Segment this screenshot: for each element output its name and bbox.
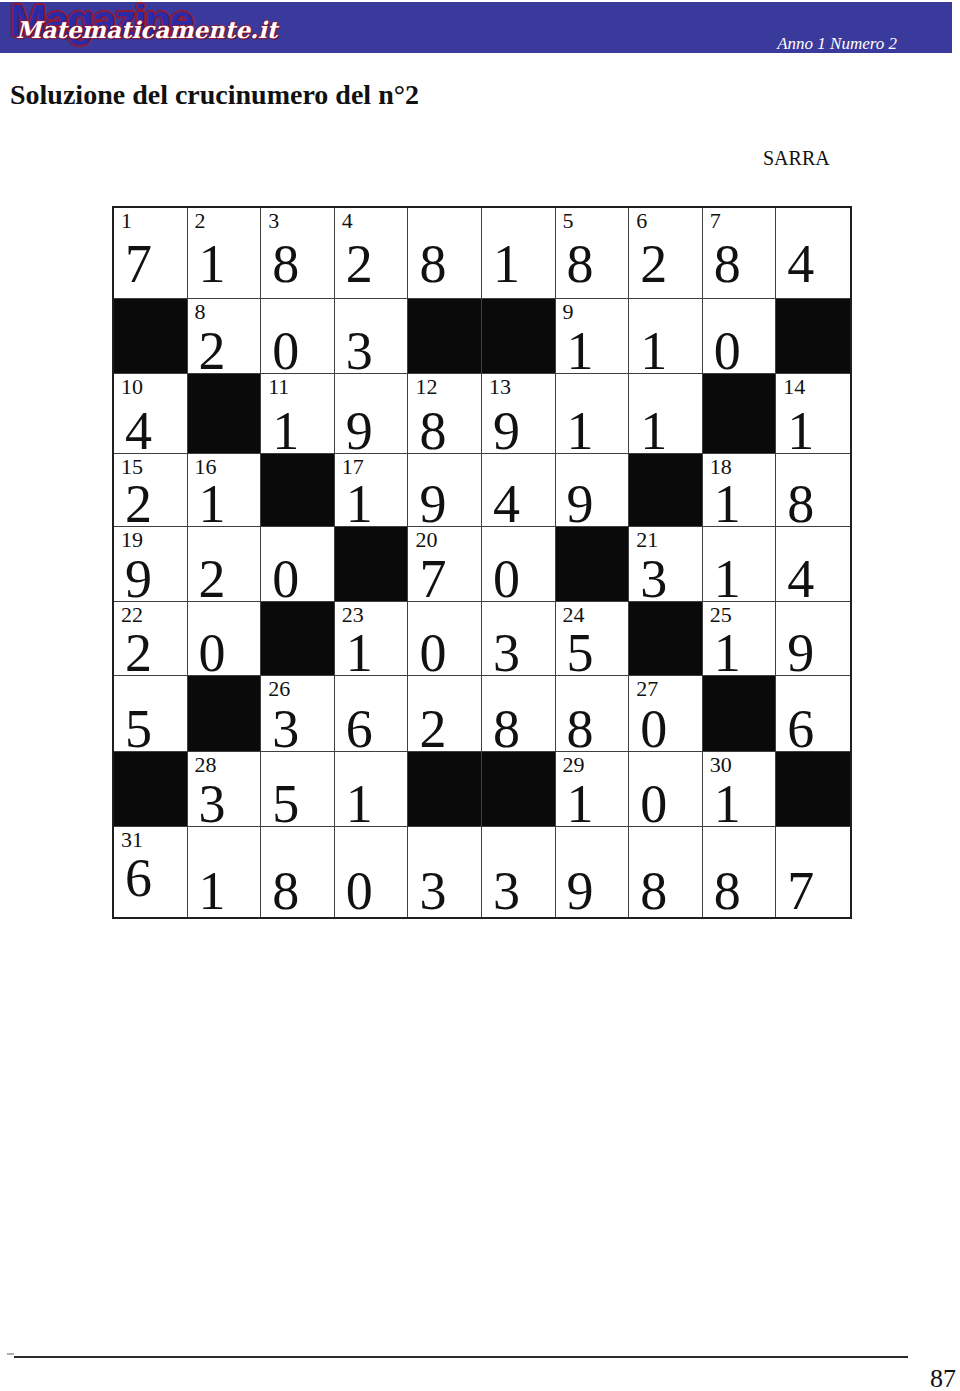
page-title: Soluzione del crucinumero del n°2 [10,80,419,111]
cell-digit: 9 [419,477,446,531]
black-cell [703,374,777,454]
cell-digit: 2 [346,237,373,291]
cell-digit: 8 [714,237,741,291]
black-cell [776,752,850,827]
clue-number: 14 [783,376,805,398]
clue-number: 6 [636,210,647,232]
cell-digit: 9 [787,626,814,680]
cell-digit: 1 [567,324,594,378]
cell-digit: 8 [272,864,299,918]
cell-digit: 0 [714,324,741,378]
grid-cell: 245 [556,602,630,676]
grid-cell: 207 [408,527,482,602]
black-cell [556,527,630,602]
cell-digit: 8 [272,237,299,291]
black-cell [482,752,556,827]
header-banner: Magazine Matematicamente.it Anno 1 Numer… [0,2,952,53]
clue-number: 11 [268,376,289,398]
clue-number: 26 [268,678,290,700]
clue-number: 29 [563,754,585,776]
grid-cell: 8 [482,676,556,752]
black-cell [703,676,777,752]
grid-cell: 316 [114,827,188,917]
grid-cell: 8 [261,827,335,917]
cell-digit: 8 [787,477,814,531]
black-cell [261,454,335,527]
cell-digit: 9 [346,404,373,458]
grid-cell: 58 [556,208,630,299]
grid-cell: 5 [114,676,188,752]
grid-cell: 5 [261,752,335,827]
cell-digit: 1 [567,777,594,831]
grid-cell: 283 [188,752,262,827]
black-cell [629,602,703,676]
clue-number: 7 [710,210,721,232]
grid-cell: 139 [482,374,556,454]
cell-digit: 1 [640,324,667,378]
clue-number: 1 [121,210,132,232]
grid-cell: 8 [703,827,777,917]
cell-digit: 0 [272,552,299,606]
cell-digit: 8 [567,237,594,291]
grid-cell: 1 [335,752,409,827]
cell-digit: 0 [199,626,226,680]
grid-cell: 6 [776,676,850,752]
cell-digit: 5 [272,777,299,831]
clue-number: 10 [121,376,143,398]
cell-digit: 1 [199,864,226,918]
grid-cell: 171 [335,454,409,527]
clue-number: 20 [415,529,437,551]
grid-cell: 78 [703,208,777,299]
cell-digit: 1 [714,777,741,831]
grid-cell: 0 [261,299,335,374]
cell-digit: 9 [567,477,594,531]
grid-cell: 21 [188,208,262,299]
cell-digit: 8 [640,864,667,918]
cell-digit: 1 [714,626,741,680]
grid-cell: 1 [482,208,556,299]
cell-digit: 3 [493,864,520,918]
cell-digit: 7 [125,237,152,291]
page-number: 87 [930,1366,956,1391]
cell-digit: 6 [787,702,814,756]
cell-digit: 4 [787,552,814,606]
grid-cell: 1 [629,374,703,454]
cell-digit: 1 [714,477,741,531]
cell-digit: 5 [567,626,594,680]
clue-number: 4 [342,210,353,232]
puzzle-grid: 1721384281586278482039110104111912813911… [112,206,852,919]
grid-cell: 0 [408,602,482,676]
cell-digit: 7 [419,552,446,606]
grid-cell: 8 [408,208,482,299]
black-cell [188,374,262,454]
footer-rule [14,1356,908,1358]
grid-cell: 17 [114,208,188,299]
grid-cell: 111 [261,374,335,454]
clue-number: 27 [636,678,658,700]
grid-cell: 152 [114,454,188,527]
clue-number: 3 [268,210,279,232]
grid-cell: 0 [629,752,703,827]
cell-digit: 0 [419,626,446,680]
clue-number: 2 [195,210,206,232]
grid-cell: 270 [629,676,703,752]
cell-digit: 3 [419,864,446,918]
black-cell [188,676,262,752]
cell-digit: 3 [493,626,520,680]
grid-cell: 0 [703,299,777,374]
grid-cell: 9 [335,374,409,454]
clue-number: 12 [415,376,437,398]
grid-cell: 4 [776,527,850,602]
clue-number: 13 [489,376,511,398]
cell-digit: 2 [199,552,226,606]
black-cell [261,602,335,676]
cell-digit: 6 [346,702,373,756]
grid-cell: 141 [776,374,850,454]
cell-digit: 1 [493,237,520,291]
black-cell [776,299,850,374]
cell-digit: 3 [640,552,667,606]
grid-cell: 0 [188,602,262,676]
grid-cell: 1 [188,827,262,917]
cell-digit: 1 [567,404,594,458]
clue-number: 21 [636,529,658,551]
grid-cell: 181 [703,454,777,527]
grid-cell: 4 [776,208,850,299]
cell-digit: 1 [346,626,373,680]
grid-cell: 263 [261,676,335,752]
grid-cell: 2 [408,676,482,752]
grid-cell: 0 [335,827,409,917]
grid-cell: 291 [556,752,630,827]
cell-digit: 4 [493,477,520,531]
grid-cell: 8 [629,827,703,917]
edition-label: Anno 1 Numero 2 [777,35,897,52]
cell-digit: 4 [787,237,814,291]
grid-cell: 9 [556,827,630,917]
cell-digit: 5 [125,702,152,756]
cell-digit: 8 [419,237,446,291]
cell-digit: 8 [493,702,520,756]
clue-number: 28 [195,754,217,776]
black-cell [114,299,188,374]
cell-digit: 0 [272,324,299,378]
footer-mark [7,1353,14,1355]
cell-digit: 1 [640,404,667,458]
cell-digit: 1 [272,404,299,458]
magazine-logo: Magazine Matematicamente.it [10,0,210,55]
cell-digit: 2 [125,626,152,680]
grid-cell: 0 [482,527,556,602]
grid-cell: 161 [188,454,262,527]
black-cell [482,299,556,374]
clue-number: 19 [121,529,143,551]
clue-number: 8 [195,301,206,323]
grid-cell: 7 [776,827,850,917]
cell-digit: 0 [640,702,667,756]
cell-digit: 7 [787,864,814,918]
clue-number: 9 [563,301,574,323]
grid-cell: 104 [114,374,188,454]
grid-cell: 62 [629,208,703,299]
cell-digit: 2 [125,477,152,531]
cell-digit: 0 [640,777,667,831]
cell-digit: 4 [125,404,152,458]
grid-cell: 91 [556,299,630,374]
grid-cell: 251 [703,602,777,676]
grid-cell: 1 [629,299,703,374]
cell-digit: 1 [714,552,741,606]
cell-digit: 6 [125,851,152,905]
cell-digit: 2 [640,237,667,291]
cell-digit: 9 [493,404,520,458]
grid-cell: 3 [482,602,556,676]
cell-digit: 0 [493,552,520,606]
logo-script-matematicamente: Matematicamente.it [16,18,277,41]
grid-cell: 9 [776,602,850,676]
cell-digit: 1 [787,404,814,458]
grid-cell: 3 [335,299,409,374]
grid-cell: 1 [556,374,630,454]
cell-digit: 3 [346,324,373,378]
cell-digit: 2 [199,324,226,378]
grid-cell: 301 [703,752,777,827]
cell-digit: 3 [272,702,299,756]
cell-digit: 8 [567,702,594,756]
cell-digit: 1 [346,477,373,531]
grid-cell: 199 [114,527,188,602]
grid-cell: 3 [482,827,556,917]
grid-cell: 1 [703,527,777,602]
cell-digit: 1 [199,237,226,291]
grid-cell: 231 [335,602,409,676]
author-byline: SARRA [763,147,830,169]
grid-cell: 0 [261,527,335,602]
grid-cell: 2 [188,527,262,602]
black-cell [408,299,482,374]
grid-cell: 8 [556,676,630,752]
grid-cell: 38 [261,208,335,299]
cell-digit: 8 [419,404,446,458]
grid-cell: 222 [114,602,188,676]
cell-digit: 2 [419,702,446,756]
grid-cell: 128 [408,374,482,454]
black-cell [114,752,188,827]
grid-cell: 9 [408,454,482,527]
grid-cell: 82 [188,299,262,374]
cell-digit: 9 [567,864,594,918]
black-cell [629,454,703,527]
cell-digit: 0 [346,864,373,918]
grid-cell: 3 [408,827,482,917]
cell-digit: 3 [199,777,226,831]
black-cell [408,752,482,827]
cell-digit: 1 [346,777,373,831]
grid-cell: 6 [335,676,409,752]
grid-cell: 213 [629,527,703,602]
grid-cell: 42 [335,208,409,299]
black-cell [335,527,409,602]
cell-digit: 9 [125,552,152,606]
clue-number: 30 [710,754,732,776]
grid-cell: 4 [482,454,556,527]
grid-cell: 8 [776,454,850,527]
cell-digit: 8 [714,864,741,918]
clue-number: 5 [563,210,574,232]
cell-digit: 1 [199,477,226,531]
grid-cell: 9 [556,454,630,527]
